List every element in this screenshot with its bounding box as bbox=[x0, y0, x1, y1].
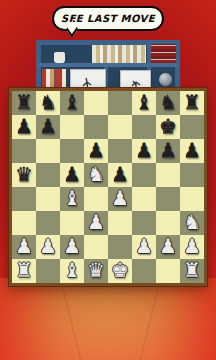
square-d6[interactable]: ♟ bbox=[84, 139, 108, 163]
square-e4[interactable]: ♟ bbox=[108, 187, 132, 211]
square-c7[interactable] bbox=[60, 115, 84, 139]
square-d5[interactable]: ♞ bbox=[84, 163, 108, 187]
white-pawn[interactable]: ♟ bbox=[36, 235, 60, 259]
board-grid: ♜♞♝♝♞♜♟♟♚♟♟♟♟♛♟♞♟♝♟♟♞♟♟♟♟♟♟♜♝♛♚♜ bbox=[12, 91, 204, 283]
square-c6[interactable] bbox=[60, 139, 84, 163]
square-h1[interactable]: ♜ bbox=[180, 259, 204, 283]
see-last-move-button[interactable]: SEE LAST MOVE bbox=[52, 6, 164, 31]
square-h5[interactable] bbox=[180, 163, 204, 187]
square-b1[interactable] bbox=[36, 259, 60, 283]
app-screen: ♜♞♝♝♞♜♟♟♚♟♟♟♟♛♟♞♟♝♟♟♞♟♟♟♟♟♟♜♝♛♚♜ SEE LAS… bbox=[0, 0, 216, 360]
black-bishop[interactable]: ♝ bbox=[60, 91, 84, 115]
shelf-board bbox=[38, 63, 178, 67]
black-pawn[interactable]: ♟ bbox=[84, 139, 108, 163]
square-d7[interactable] bbox=[84, 115, 108, 139]
square-b8[interactable]: ♞ bbox=[36, 91, 60, 115]
black-bishop[interactable]: ♝ bbox=[132, 91, 156, 115]
white-bishop[interactable]: ♝ bbox=[60, 259, 84, 283]
black-pawn[interactable]: ♟ bbox=[132, 139, 156, 163]
white-bishop[interactable]: ♝ bbox=[60, 187, 84, 211]
black-rook[interactable]: ♜ bbox=[180, 91, 204, 115]
black-pawn[interactable]: ♟ bbox=[36, 115, 60, 139]
square-a4[interactable] bbox=[12, 187, 36, 211]
white-rook[interactable]: ♜ bbox=[180, 259, 204, 283]
square-g3[interactable] bbox=[156, 211, 180, 235]
black-queen[interactable]: ♛ bbox=[12, 163, 36, 187]
vase-decoration bbox=[159, 73, 172, 86]
black-rook[interactable]: ♜ bbox=[12, 91, 36, 115]
square-c5[interactable]: ♟ bbox=[60, 163, 84, 187]
square-e3[interactable] bbox=[108, 211, 132, 235]
square-a6[interactable] bbox=[12, 139, 36, 163]
square-e7[interactable] bbox=[108, 115, 132, 139]
square-a2[interactable]: ♟ bbox=[12, 235, 36, 259]
square-d1[interactable]: ♛ bbox=[84, 259, 108, 283]
square-d2[interactable] bbox=[84, 235, 108, 259]
square-c1[interactable]: ♝ bbox=[60, 259, 84, 283]
square-a3[interactable] bbox=[12, 211, 36, 235]
square-h4[interactable] bbox=[180, 187, 204, 211]
square-f5[interactable] bbox=[132, 163, 156, 187]
white-pawn[interactable]: ♟ bbox=[84, 211, 108, 235]
square-c4[interactable]: ♝ bbox=[60, 187, 84, 211]
square-b2[interactable]: ♟ bbox=[36, 235, 60, 259]
square-f2[interactable]: ♟ bbox=[132, 235, 156, 259]
white-rook[interactable]: ♜ bbox=[12, 259, 36, 283]
square-g5[interactable] bbox=[156, 163, 180, 187]
square-f1[interactable] bbox=[132, 259, 156, 283]
square-g7[interactable]: ♚ bbox=[156, 115, 180, 139]
square-c2[interactable]: ♟ bbox=[60, 235, 84, 259]
white-pawn[interactable]: ♟ bbox=[108, 187, 132, 211]
black-pawn[interactable]: ♟ bbox=[60, 163, 84, 187]
square-g8[interactable]: ♞ bbox=[156, 91, 180, 115]
black-pawn[interactable]: ♟ bbox=[180, 139, 204, 163]
square-b7[interactable]: ♟ bbox=[36, 115, 60, 139]
square-f8[interactable]: ♝ bbox=[132, 91, 156, 115]
square-g6[interactable]: ♟ bbox=[156, 139, 180, 163]
black-king[interactable]: ♚ bbox=[156, 115, 180, 139]
see-last-move-label: SEE LAST MOVE bbox=[61, 13, 155, 24]
square-h8[interactable]: ♜ bbox=[180, 91, 204, 115]
square-f4[interactable] bbox=[132, 187, 156, 211]
square-a7[interactable]: ♟ bbox=[12, 115, 36, 139]
white-pawn[interactable]: ♟ bbox=[12, 235, 36, 259]
square-e5[interactable]: ♟ bbox=[108, 163, 132, 187]
black-knight[interactable]: ♞ bbox=[156, 91, 180, 115]
chess-board: ♜♞♝♝♞♜♟♟♚♟♟♟♟♛♟♞♟♝♟♟♞♟♟♟♟♟♟♜♝♛♚♜ bbox=[9, 88, 207, 286]
square-d8[interactable] bbox=[84, 91, 108, 115]
white-queen[interactable]: ♛ bbox=[84, 259, 108, 283]
black-pawn[interactable]: ♟ bbox=[156, 139, 180, 163]
square-e1[interactable]: ♚ bbox=[108, 259, 132, 283]
square-c3[interactable] bbox=[60, 211, 84, 235]
white-pawn[interactable]: ♟ bbox=[180, 235, 204, 259]
square-g4[interactable] bbox=[156, 187, 180, 211]
square-a5[interactable]: ♛ bbox=[12, 163, 36, 187]
white-pawn[interactable]: ♟ bbox=[60, 235, 84, 259]
square-e6[interactable] bbox=[108, 139, 132, 163]
black-pawn[interactable]: ♟ bbox=[108, 163, 132, 187]
square-b4[interactable] bbox=[36, 187, 60, 211]
books-top-shelf bbox=[92, 45, 146, 64]
white-pawn[interactable]: ♟ bbox=[132, 235, 156, 259]
square-b5[interactable] bbox=[36, 163, 60, 187]
black-knight[interactable]: ♞ bbox=[36, 91, 60, 115]
floor bbox=[0, 278, 216, 360]
square-h3[interactable]: ♞ bbox=[180, 211, 204, 235]
square-g2[interactable]: ♟ bbox=[156, 235, 180, 259]
white-pawn[interactable]: ♟ bbox=[156, 235, 180, 259]
cup-decoration bbox=[54, 52, 65, 63]
square-f6[interactable]: ♟ bbox=[132, 139, 156, 163]
square-e8[interactable] bbox=[108, 91, 132, 115]
square-h7[interactable] bbox=[180, 115, 204, 139]
square-c8[interactable]: ♝ bbox=[60, 91, 84, 115]
square-a8[interactable]: ♜ bbox=[12, 91, 36, 115]
square-g1[interactable] bbox=[156, 259, 180, 283]
black-pawn[interactable]: ♟ bbox=[12, 115, 36, 139]
square-f7[interactable] bbox=[132, 115, 156, 139]
white-king[interactable]: ♚ bbox=[108, 259, 132, 283]
square-h6[interactable]: ♟ bbox=[180, 139, 204, 163]
square-e2[interactable] bbox=[108, 235, 132, 259]
white-knight[interactable]: ♞ bbox=[180, 211, 204, 235]
square-d4[interactable] bbox=[84, 187, 108, 211]
square-b6[interactable] bbox=[36, 139, 60, 163]
square-a1[interactable]: ♜ bbox=[12, 259, 36, 283]
square-f3[interactable] bbox=[132, 211, 156, 235]
square-b3[interactable] bbox=[36, 211, 60, 235]
square-d3[interactable]: ♟ bbox=[84, 211, 108, 235]
red-book-stack bbox=[151, 44, 176, 63]
square-h2[interactable]: ♟ bbox=[180, 235, 204, 259]
white-knight[interactable]: ♞ bbox=[84, 163, 108, 187]
